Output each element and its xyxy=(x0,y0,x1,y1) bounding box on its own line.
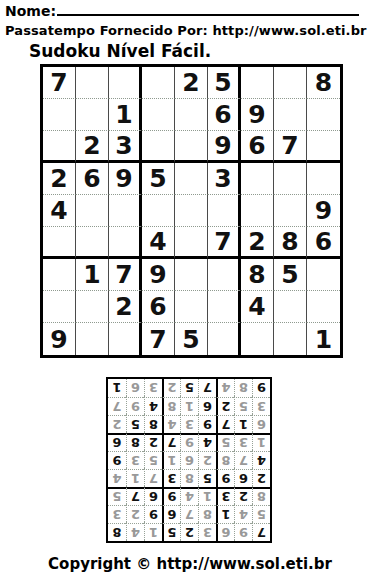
cell-r7c1[interactable] xyxy=(43,259,76,291)
answer-cell-r1c3: 6 xyxy=(216,523,234,541)
answer-cell-r1c5: 2 xyxy=(180,523,198,541)
cell-r3c9[interactable] xyxy=(307,131,340,163)
provider-line: Passatempo Fornecido Por: http://www.sol… xyxy=(5,23,367,38)
cell-r9c7[interactable] xyxy=(241,323,274,355)
cell-r5c6[interactable] xyxy=(208,195,241,227)
cell-r5c4[interactable] xyxy=(142,195,175,227)
cell-r4c9[interactable] xyxy=(307,163,340,195)
answer-cell-r4c4: 5 xyxy=(198,469,216,487)
answer-cell-r9c5: 5 xyxy=(180,379,198,397)
answer-cell-r6c7: 2 xyxy=(144,433,162,451)
answer-cell-r9c7: 3 xyxy=(144,379,162,397)
answer-cell-r9c9: 1 xyxy=(108,379,126,397)
answer-cell-r9c1: 9 xyxy=(252,379,270,397)
cell-r7c3[interactable]: 7 xyxy=(109,259,142,291)
answer-cell-r1c1: 7 xyxy=(252,523,270,541)
answer-cell-r2c8: 2 xyxy=(126,505,144,523)
answer-cell-r2c3: 1 xyxy=(216,505,234,523)
answer-cell-r2c1: 5 xyxy=(252,505,270,523)
cell-r5c9[interactable]: 9 xyxy=(307,195,340,227)
cell-r3c3[interactable]: 3 xyxy=(109,131,142,163)
cell-r9c5[interactable]: 5 xyxy=(175,323,208,355)
cell-r4c2[interactable]: 6 xyxy=(76,163,109,195)
cell-r7c7[interactable]: 8 xyxy=(241,259,274,291)
cell-r8c5[interactable] xyxy=(175,291,208,323)
cell-r3c4[interactable] xyxy=(142,131,175,163)
answer-cell-r1c2: 9 xyxy=(234,523,252,541)
cell-r2c5[interactable] xyxy=(175,99,208,131)
cell-r9c3[interactable] xyxy=(109,323,142,355)
answer-cell-r3c4: 1 xyxy=(198,487,216,505)
answer-cell-r7c3: 7 xyxy=(216,415,234,433)
cell-r3c2[interactable]: 2 xyxy=(76,131,109,163)
answer-cell-r3c5: 4 xyxy=(180,487,198,505)
cell-r7c4[interactable]: 9 xyxy=(142,259,175,291)
answer-cell-r7c7: 8 xyxy=(144,415,162,433)
answer-cell-r7c4: 9 xyxy=(198,415,216,433)
answer-cell-r8c2: 5 xyxy=(234,397,252,415)
cell-r4c6[interactable]: 3 xyxy=(208,163,241,195)
cell-r8c9[interactable] xyxy=(307,291,340,323)
cell-r1c6[interactable]: 5 xyxy=(208,67,241,99)
cell-r6c5[interactable] xyxy=(175,227,208,259)
answer-cell-r6c8: 8 xyxy=(126,433,144,451)
answer-cell-r6c3: 5 xyxy=(216,433,234,451)
answer-cell-r6c9: 6 xyxy=(108,433,126,451)
answer-cell-r3c2: 2 xyxy=(234,487,252,505)
answer-key-grid: 7963251485418769238231496752695837144782… xyxy=(106,377,272,543)
answer-cell-r7c5: 3 xyxy=(180,415,198,433)
answer-cell-r5c8: 3 xyxy=(126,451,144,469)
answer-cell-r9c3: 4 xyxy=(216,379,234,397)
cell-r5c2[interactable] xyxy=(76,195,109,227)
cell-r4c5[interactable] xyxy=(175,163,208,195)
cell-r6c8[interactable]: 8 xyxy=(274,227,307,259)
cell-r6c7[interactable]: 2 xyxy=(241,227,274,259)
answer-cell-r1c9: 8 xyxy=(108,523,126,541)
answer-cell-r7c6: 4 xyxy=(162,415,180,433)
page-title: Sudoku Nível Fácil. xyxy=(29,41,211,61)
cell-r5c7[interactable] xyxy=(241,195,274,227)
answer-cell-r3c6: 9 xyxy=(162,487,180,505)
cell-r2c8[interactable] xyxy=(274,99,307,131)
answer-cell-r8c4: 6 xyxy=(198,397,216,415)
cell-r2c6[interactable]: 6 xyxy=(208,99,241,131)
answer-cell-r8c5: 1 xyxy=(180,397,198,415)
answer-cell-r7c9: 2 xyxy=(108,415,126,433)
cell-r8c8[interactable] xyxy=(274,291,307,323)
cell-r2c1[interactable] xyxy=(43,99,76,131)
cell-r5c3[interactable] xyxy=(109,195,142,227)
answer-cell-r3c3: 3 xyxy=(216,487,234,505)
answer-cell-r3c7: 6 xyxy=(144,487,162,505)
answer-cell-r9c6: 2 xyxy=(162,379,180,397)
cell-r9c9[interactable]: 1 xyxy=(307,323,340,355)
answer-cell-r7c8: 5 xyxy=(126,415,144,433)
cell-r6c2[interactable] xyxy=(76,227,109,259)
cell-r1c5[interactable]: 2 xyxy=(175,67,208,99)
answer-cell-r2c2: 4 xyxy=(234,505,252,523)
cell-r4c7[interactable] xyxy=(241,163,274,195)
cell-r5c1[interactable]: 4 xyxy=(43,195,76,227)
cell-r7c9[interactable] xyxy=(307,259,340,291)
cell-r7c8[interactable]: 5 xyxy=(274,259,307,291)
answer-cell-r4c1: 2 xyxy=(252,469,270,487)
worksheet-page: Nome: Passatempo Fornecido Por: http://w… xyxy=(0,0,380,585)
answer-cell-r3c1: 8 xyxy=(252,487,270,505)
answer-cell-r9c4: 7 xyxy=(198,379,216,397)
cell-r3c5[interactable] xyxy=(175,131,208,163)
cell-r1c7[interactable] xyxy=(241,67,274,99)
answer-cell-r1c7: 1 xyxy=(144,523,162,541)
answer-cell-r4c7: 7 xyxy=(144,469,162,487)
name-row: Nome: xyxy=(5,2,359,19)
answer-cell-r9c8: 6 xyxy=(126,379,144,397)
answer-cell-r1c4: 3 xyxy=(198,523,216,541)
answer-cell-r5c6: 1 xyxy=(162,451,180,469)
cell-r9c8[interactable] xyxy=(274,323,307,355)
cell-r8c7[interactable]: 4 xyxy=(241,291,274,323)
cell-r4c3[interactable]: 9 xyxy=(109,163,142,195)
answer-cell-r8c7: 4 xyxy=(144,397,162,415)
cell-r7c6[interactable] xyxy=(208,259,241,291)
cell-r6c4[interactable]: 4 xyxy=(142,227,175,259)
cell-r4c1[interactable]: 2 xyxy=(43,163,76,195)
name-label: Nome: xyxy=(5,3,56,19)
cell-r7c5[interactable] xyxy=(175,259,208,291)
answer-cell-r6c6: 7 xyxy=(162,433,180,451)
answer-cell-r5c4: 2 xyxy=(198,451,216,469)
answer-cell-r2c9: 3 xyxy=(108,505,126,523)
answer-cell-r8c9: 7 xyxy=(108,397,126,415)
cell-r8c3[interactable]: 2 xyxy=(109,291,142,323)
cell-r8c2[interactable] xyxy=(76,291,109,323)
cell-r3c6[interactable]: 9 xyxy=(208,131,241,163)
answer-cell-r5c1: 4 xyxy=(252,451,270,469)
answer-cell-r4c3: 9 xyxy=(216,469,234,487)
cell-r1c4[interactable] xyxy=(142,67,175,99)
answer-cell-r2c6: 6 xyxy=(162,505,180,523)
cell-r5c8[interactable] xyxy=(274,195,307,227)
cell-r6c1[interactable] xyxy=(43,227,76,259)
answer-cell-r6c4: 4 xyxy=(198,433,216,451)
answer-cell-r4c5: 8 xyxy=(180,469,198,487)
answer-cell-r1c8: 4 xyxy=(126,523,144,541)
answer-cell-r2c4: 8 xyxy=(198,505,216,523)
answer-cell-r7c2: 1 xyxy=(234,415,252,433)
answer-cell-r4c2: 6 xyxy=(234,469,252,487)
cell-r1c9[interactable]: 8 xyxy=(307,67,340,99)
answer-cell-r4c8: 1 xyxy=(126,469,144,487)
answer-cell-r8c1: 3 xyxy=(252,397,270,415)
sudoku-grid: 725816923967269534947286179852649751 xyxy=(40,64,343,358)
cell-r5c5[interactable] xyxy=(175,195,208,227)
answer-cell-r9c2: 8 xyxy=(234,379,252,397)
cell-r9c2[interactable] xyxy=(76,323,109,355)
answer-cell-r4c9: 4 xyxy=(108,469,126,487)
cell-r2c2[interactable] xyxy=(76,99,109,131)
answer-cell-r2c7: 9 xyxy=(144,505,162,523)
answer-cell-r5c5: 6 xyxy=(180,451,198,469)
cell-r8c4[interactable]: 6 xyxy=(142,291,175,323)
answer-cell-r8c8: 9 xyxy=(126,397,144,415)
answer-cell-r6c2: 3 xyxy=(234,433,252,451)
cell-r6c3[interactable] xyxy=(109,227,142,259)
cell-r2c7[interactable]: 9 xyxy=(241,99,274,131)
cell-r1c1[interactable]: 7 xyxy=(43,67,76,99)
cell-r2c3[interactable]: 1 xyxy=(109,99,142,131)
copyright-text: Copyright © http://www.sol.eti.br xyxy=(0,555,380,573)
cell-r3c1[interactable] xyxy=(43,131,76,163)
answer-cell-r5c7: 5 xyxy=(144,451,162,469)
cell-r6c9[interactable]: 6 xyxy=(307,227,340,259)
cell-r9c1[interactable]: 9 xyxy=(43,323,76,355)
name-fill-line[interactable] xyxy=(57,2,359,16)
answer-cell-r8c6: 8 xyxy=(162,397,180,415)
cell-r8c6[interactable] xyxy=(208,291,241,323)
answer-cell-r1c6: 5 xyxy=(162,523,180,541)
answer-cell-r3c9: 5 xyxy=(108,487,126,505)
answer-cell-r3c8: 7 xyxy=(126,487,144,505)
answer-cell-r2c5: 7 xyxy=(180,505,198,523)
cell-r1c3[interactable] xyxy=(109,67,142,99)
cell-r2c4[interactable] xyxy=(142,99,175,131)
cell-r8c1[interactable] xyxy=(43,291,76,323)
answer-cell-r5c9: 9 xyxy=(108,451,126,469)
cell-r9c6[interactable] xyxy=(208,323,241,355)
cell-r1c2[interactable] xyxy=(76,67,109,99)
cell-r4c4[interactable]: 5 xyxy=(142,163,175,195)
cell-r3c7[interactable]: 6 xyxy=(241,131,274,163)
cell-r2c9[interactable] xyxy=(307,99,340,131)
answer-cell-r6c1: 1 xyxy=(252,433,270,451)
cell-r6c6[interactable]: 7 xyxy=(208,227,241,259)
cell-r7c2[interactable]: 1 xyxy=(76,259,109,291)
cell-r4c8[interactable] xyxy=(274,163,307,195)
answer-cell-r8c3: 2 xyxy=(216,397,234,415)
answer-cell-r5c2: 7 xyxy=(234,451,252,469)
cell-r9c4[interactable]: 7 xyxy=(142,323,175,355)
answer-cell-r6c5: 9 xyxy=(180,433,198,451)
answer-cell-r4c6: 3 xyxy=(162,469,180,487)
cell-r3c8[interactable]: 7 xyxy=(274,131,307,163)
cell-r1c8[interactable] xyxy=(274,67,307,99)
answer-cell-r7c1: 6 xyxy=(252,415,270,433)
answer-cell-r5c3: 8 xyxy=(216,451,234,469)
